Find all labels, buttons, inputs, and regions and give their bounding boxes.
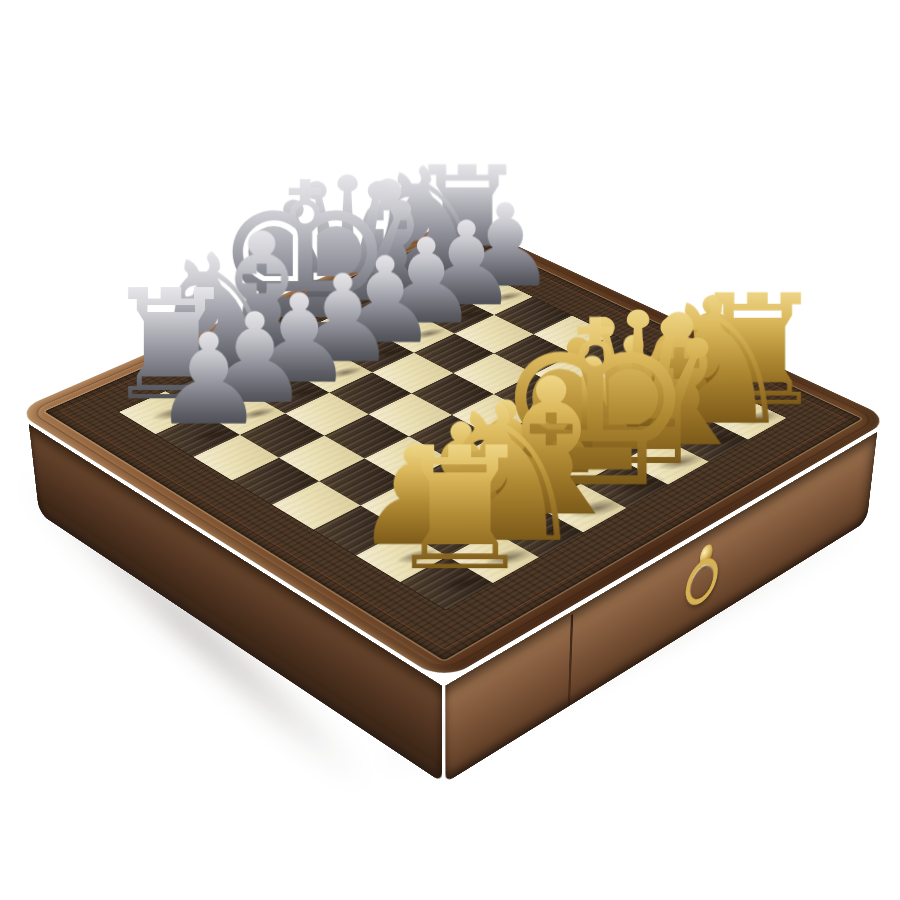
- board-top-face: ♜♞♝♚♛♝♞♜♟♟♟♟♟♟♟♟♟♟♟♟♟♟♟♟♜♞♝♚♛♝♞♜: [15, 219, 892, 682]
- black-rook-glyph-icon: ♜: [292, 429, 627, 590]
- drawer-seam: [568, 614, 573, 707]
- perspective-stage: ♜♞♝♚♛♝♞♜♟♟♟♟♟♟♟♟♟♟♟♟♟♟♟♟♜♞♝♚♛♝♞♜: [0, 0, 900, 900]
- chess-set-product-photo: ♜♞♝♚♛♝♞♜♟♟♟♟♟♟♟♟♟♟♟♟♟♟♟♟♜♞♝♚♛♝♞♜: [0, 0, 900, 900]
- drawer-ring-pull[interactable]: [687, 536, 722, 615]
